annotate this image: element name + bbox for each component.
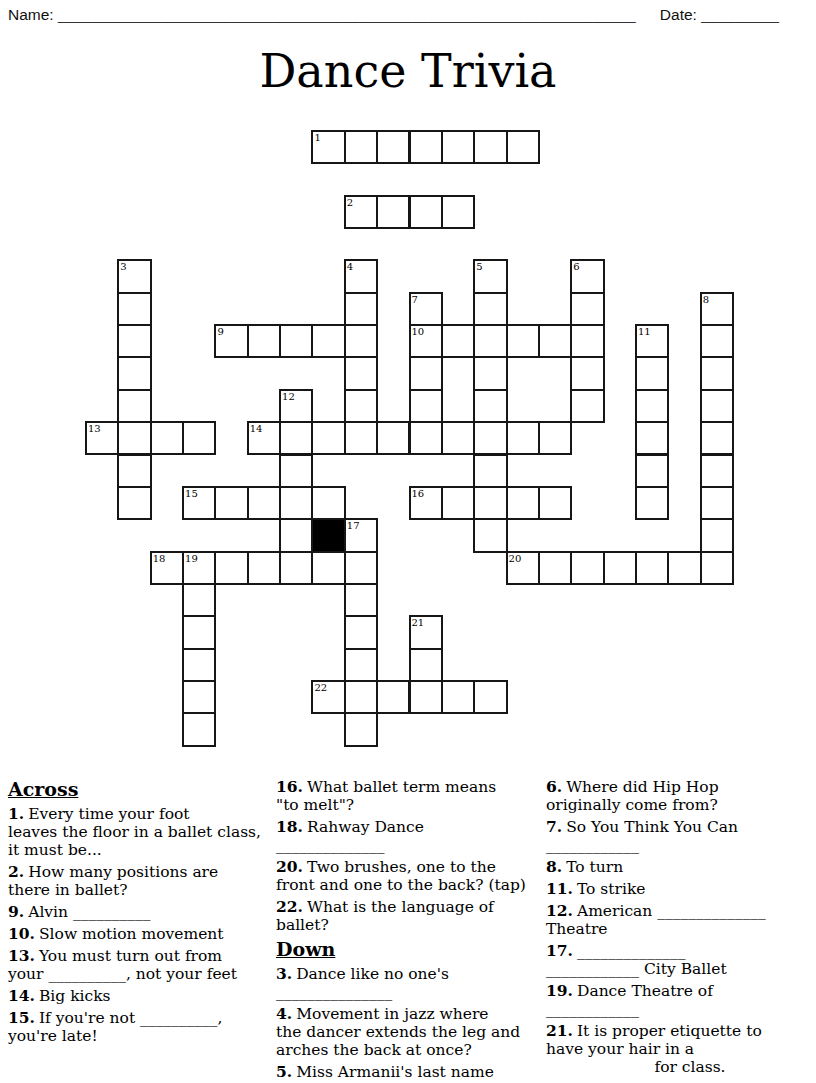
grid-cell-r8c12[interactable]	[473, 389, 507, 423]
grid-cell-r5c12[interactable]	[473, 292, 507, 326]
grid-cell-r12c19[interactable]	[700, 518, 734, 552]
clue-down-19: 19.Dance Theatre of ____________	[546, 982, 812, 1018]
grid-cell-r9c10[interactable]	[409, 421, 443, 455]
grid-cell-r13c2[interactable]: 18	[150, 551, 184, 585]
grid-cell-r0c12[interactable]	[473, 130, 507, 164]
grid-cell-r12c6[interactable]	[279, 518, 313, 552]
grid-cell-r13c19[interactable]	[700, 551, 734, 585]
grid-cell-r17c9[interactable]	[376, 680, 410, 714]
grid-cell-r2c11[interactable]	[441, 195, 475, 229]
grid-cell-r9c17[interactable]	[635, 421, 669, 455]
grid-cell-r15c10[interactable]: 21	[409, 615, 443, 649]
grid-cell-r6c7[interactable]	[311, 324, 345, 358]
grid-cell-r8c15[interactable]	[570, 389, 604, 423]
grid-cell-r6c15[interactable]	[570, 324, 604, 358]
grid-cell-r13c6[interactable]	[279, 551, 313, 585]
clue-label-17: 17.	[546, 941, 573, 960]
grid-cell-r4c12[interactable]: 5	[473, 259, 507, 293]
clue-number-20: 20	[509, 553, 522, 564]
clue-label-2: 2.	[8, 862, 24, 881]
grid-cell-r9c7[interactable]	[311, 421, 345, 455]
clue-label-6: 6.	[546, 777, 562, 796]
grid-cell-r9c5[interactable]: 14	[247, 421, 281, 455]
clue-text: If you're not __________, you're late!	[8, 1009, 223, 1045]
grid-cell-r5c19[interactable]: 8	[700, 292, 734, 326]
grid-cell-r8c10[interactable]	[409, 389, 443, 423]
clue-text: Dance like no one's _______________	[276, 965, 449, 1001]
clue-text: Slow motion movement	[39, 925, 224, 943]
clue-label-8: 8.	[546, 857, 562, 876]
grid-cell-r0c13[interactable]	[506, 130, 540, 164]
clue-label-4: 4.	[276, 1004, 292, 1023]
clue-label-15: 15.	[8, 1008, 35, 1027]
clue-text: To strike	[577, 880, 646, 898]
worksheet-header: Name: __________________________________…	[8, 6, 808, 24]
grid-cell-r6c19[interactable]	[700, 324, 734, 358]
clue-down-3: 3.Dance like no one's _______________	[276, 965, 542, 1001]
grid-cell-r11c6[interactable]	[279, 486, 313, 520]
clue-number-13: 13	[88, 423, 101, 434]
clue-label-5: 5.	[276, 1062, 292, 1081]
clue-label-3: 3.	[276, 964, 292, 983]
clue-label-1: 1.	[8, 804, 24, 823]
clue-text: What is the language of ballet?	[276, 898, 494, 934]
clue-down-21: 21.It is proper etiquette to have your h…	[546, 1022, 812, 1076]
grid-cell-r16c3[interactable]	[182, 648, 216, 682]
grid-cell-r10c19[interactable]	[700, 454, 734, 488]
grid-cell-r6c6[interactable]	[279, 324, 313, 358]
clue-down-4: 4.Movement in jazz where the dancer exte…	[276, 1005, 542, 1059]
clue-number-4: 4	[347, 261, 353, 272]
clue-down-17: 17.______________ ____________ City Ball…	[546, 942, 812, 978]
grid-cell-r7c1[interactable]	[117, 356, 151, 390]
clue-down-8: 8.To turn	[546, 858, 812, 876]
grid-cell-r10c12[interactable]	[473, 454, 507, 488]
clue-text: ______________ ____________ City Ballet	[546, 942, 727, 978]
clue-number-1: 1	[314, 132, 320, 143]
grid-cell-r11c10[interactable]: 16	[409, 486, 443, 520]
grid-cell-r17c8[interactable]	[344, 680, 378, 714]
clue-label-16: 16.	[276, 777, 303, 796]
grid-cell-r9c3[interactable]	[182, 421, 216, 455]
grid-cell-r7c8[interactable]	[344, 356, 378, 390]
clue-down-7: 7.So You Think You Can ____________	[546, 818, 812, 854]
grid-cell-r6c5[interactable]	[247, 324, 281, 358]
crossword-grid: 12345678910111213141516171819202122	[85, 130, 733, 745]
clue-number-21: 21	[412, 617, 425, 628]
grid-cell-r15c3[interactable]	[182, 615, 216, 649]
grid-cell-r9c0[interactable]: 13	[85, 421, 119, 455]
grid-cell-r11c11[interactable]	[441, 486, 475, 520]
grid-cell-r18c8[interactable]	[344, 712, 378, 746]
grid-cell-r6c1[interactable]	[117, 324, 151, 358]
clue-text: Where did Hip Hop originally come from?	[546, 778, 719, 814]
clue-text: So You Think You Can ____________	[546, 818, 738, 854]
grid-cell-r17c11[interactable]	[441, 680, 475, 714]
clue-number-2: 2	[347, 197, 353, 208]
clue-text: How many positions are there in ballet?	[8, 863, 218, 899]
grid-cell-r16c8[interactable]	[344, 648, 378, 682]
grid-cell-r9c13[interactable]	[506, 421, 540, 455]
clue-text: Alvin __________	[28, 903, 150, 921]
clue-text: It is proper etiquette to have your hair…	[546, 1022, 762, 1076]
grid-cell-r6c12[interactable]	[473, 324, 507, 358]
clue-down-6: 6.Where did Hip Hop originally come from…	[546, 778, 812, 814]
grid-cell-r9c6[interactable]	[279, 421, 313, 455]
clue-number-10: 10	[412, 326, 425, 337]
grid-cell-r8c17[interactable]	[635, 389, 669, 423]
grid-cell-r10c6[interactable]	[279, 454, 313, 488]
grid-cell-r17c3[interactable]	[182, 680, 216, 714]
clue-across-20: 20.Two brushes, one to the front and one…	[276, 858, 542, 894]
grid-cell-r13c17[interactable]	[635, 551, 669, 585]
clue-across-22: 22.What is the language of ballet?	[276, 898, 542, 934]
clue-label-12: 12.	[546, 901, 573, 920]
clue-label-11: 11.	[546, 879, 573, 898]
clue-column-1: Across1.Every time your foot leaves the …	[8, 778, 272, 1049]
clue-number-11: 11	[638, 326, 651, 337]
grid-cell-r8c6[interactable]: 12	[279, 389, 313, 423]
grid-cell-r0c11[interactable]	[441, 130, 475, 164]
clue-text: Miss Armanii's last name	[296, 1063, 494, 1081]
grid-cell-r5c8[interactable]	[344, 292, 378, 326]
grid-cell-r10c1[interactable]	[117, 454, 151, 488]
clue-across-9: 9.Alvin __________	[8, 903, 272, 921]
down-heading: Down	[276, 938, 542, 960]
clue-text: American ______________ Theatre	[546, 902, 766, 938]
clue-number-7: 7	[412, 294, 418, 305]
clue-across-1: 1.Every time your foot leaves the floor …	[8, 805, 272, 859]
grid-cell-r0c7[interactable]: 1	[311, 130, 345, 164]
grid-cell-r9c2[interactable]	[150, 421, 184, 455]
name-label: Name:	[8, 6, 54, 23]
clue-text: Every time your foot leaves the floor in…	[8, 805, 261, 859]
grid-cell-r9c8[interactable]	[344, 421, 378, 455]
clue-number-15: 15	[185, 488, 198, 499]
grid-cell-r17c12[interactable]	[473, 680, 507, 714]
grid-cell-r9c19[interactable]	[700, 421, 734, 455]
grid-cell-r9c14[interactable]	[538, 421, 572, 455]
grid-cell-r6c4[interactable]: 9	[214, 324, 248, 358]
grid-cell-r13c7[interactable]	[311, 551, 345, 585]
clue-number-16: 16	[412, 488, 425, 499]
clue-label-13: 13.	[8, 946, 35, 965]
grid-cell-r13c16[interactable]	[603, 551, 637, 585]
clue-label-18: 18.	[276, 817, 303, 836]
clue-number-12: 12	[282, 391, 295, 402]
grid-cell-r13c3[interactable]: 19	[182, 551, 216, 585]
clue-label-22: 22.	[276, 897, 303, 916]
clue-down-12: 12.American ______________ Theatre	[546, 902, 812, 938]
grid-cell-r13c4[interactable]	[214, 551, 248, 585]
clue-number-17: 17	[347, 520, 360, 531]
grid-cell-r11c7[interactable]	[311, 486, 345, 520]
grid-cell-r11c4[interactable]	[214, 486, 248, 520]
clue-across-10: 10.Slow motion movement	[8, 925, 272, 943]
grid-cell-r11c5[interactable]	[247, 486, 281, 520]
grid-cell-r0c10[interactable]	[409, 130, 443, 164]
grid-cell-r13c14[interactable]	[538, 551, 572, 585]
grid-cell-r14c8[interactable]	[344, 583, 378, 617]
grid-cell-r6c11[interactable]	[441, 324, 475, 358]
grid-cell-r5c15[interactable]	[570, 292, 604, 326]
date-label: Date:	[660, 6, 697, 23]
grid-cell-r14c3[interactable]	[182, 583, 216, 617]
grid-cell-r9c11[interactable]	[441, 421, 475, 455]
clue-number-9: 9	[217, 326, 223, 337]
clue-label-20: 20.	[276, 857, 303, 876]
grid-cell-black	[311, 518, 345, 552]
clue-text: You must turn out from your __________, …	[8, 947, 237, 983]
clue-label-9: 9.	[8, 902, 24, 921]
grid-cell-r11c14[interactable]	[538, 486, 572, 520]
clue-label-19: 19.	[546, 981, 573, 1000]
clue-across-16: 16.What ballet term means "to melt"?	[276, 778, 542, 814]
clue-text: To turn	[566, 858, 623, 876]
grid-cell-r17c7[interactable]: 22	[311, 680, 345, 714]
clue-label-10: 10.	[8, 924, 35, 943]
clue-label-7: 7.	[546, 817, 562, 836]
clue-number-22: 22	[314, 682, 327, 693]
page-title: Dance Trivia	[0, 44, 816, 98]
grid-cell-r4c8[interactable]: 4	[344, 259, 378, 293]
grid-cell-r5c10[interactable]: 7	[409, 292, 443, 326]
grid-cell-r8c8[interactable]	[344, 389, 378, 423]
grid-cell-r2c9[interactable]	[376, 195, 410, 229]
grid-cell-r6c10[interactable]: 10	[409, 324, 443, 358]
clue-across-13: 13.You must turn out from your _________…	[8, 947, 272, 983]
grid-cell-r0c8[interactable]	[344, 130, 378, 164]
clue-number-18: 18	[153, 553, 166, 564]
grid-cell-r9c9[interactable]	[376, 421, 410, 455]
grid-cell-r6c14[interactable]	[538, 324, 572, 358]
grid-cell-r5c1[interactable]	[117, 292, 151, 326]
grid-cell-r7c12[interactable]	[473, 356, 507, 390]
clue-down-11: 11.To strike	[546, 880, 812, 898]
grid-cell-r11c17[interactable]	[635, 486, 669, 520]
clue-number-19: 19	[185, 553, 198, 564]
date-blank-line[interactable]: _________	[701, 6, 779, 23]
grid-cell-r7c17[interactable]	[635, 356, 669, 390]
grid-cell-r2c8[interactable]: 2	[344, 195, 378, 229]
grid-cell-r11c13[interactable]	[506, 486, 540, 520]
grid-cell-r13c15[interactable]	[570, 551, 604, 585]
grid-cell-r11c1[interactable]	[117, 486, 151, 520]
name-blank-line[interactable]: ________________________________________…	[58, 6, 636, 23]
clue-down-5: 5.Miss Armanii's last name	[276, 1063, 542, 1081]
clue-number-3: 3	[120, 261, 126, 272]
across-heading: Across	[8, 778, 272, 800]
grid-cell-r9c1[interactable]	[117, 421, 151, 455]
grid-cell-r13c13[interactable]: 20	[506, 551, 540, 585]
clue-across-18: 18.Rahway Dance ______________	[276, 818, 542, 854]
grid-cell-r2c10[interactable]	[409, 195, 443, 229]
clue-label-21: 21.	[546, 1021, 573, 1040]
grid-cell-r11c19[interactable]	[700, 486, 734, 520]
grid-cell-r7c19[interactable]	[700, 356, 734, 390]
clue-number-14: 14	[250, 423, 263, 434]
clue-number-5: 5	[476, 261, 482, 272]
clue-across-2: 2.How many positions are there in ballet…	[8, 863, 272, 899]
grid-cell-r15c8[interactable]	[344, 615, 378, 649]
grid-cell-r12c12[interactable]	[473, 518, 507, 552]
grid-cell-r13c5[interactable]	[247, 551, 281, 585]
clue-text: Two brushes, one to the front and one to…	[276, 858, 526, 894]
grid-cell-r8c19[interactable]	[700, 389, 734, 423]
grid-cell-r6c8[interactable]	[344, 324, 378, 358]
clue-number-6: 6	[573, 261, 579, 272]
grid-cell-r4c1[interactable]: 3	[117, 259, 151, 293]
grid-cell-r16c10[interactable]	[409, 648, 443, 682]
grid-cell-r17c10[interactable]	[409, 680, 443, 714]
grid-cell-r7c15[interactable]	[570, 356, 604, 390]
grid-cell-r7c10[interactable]	[409, 356, 443, 390]
grid-cell-r10c17[interactable]	[635, 454, 669, 488]
grid-cell-r8c1[interactable]	[117, 389, 151, 423]
grid-cell-r0c9[interactable]	[376, 130, 410, 164]
grid-cell-r11c12[interactable]	[473, 486, 507, 520]
grid-cell-r4c15[interactable]: 6	[570, 259, 604, 293]
grid-cell-r18c3[interactable]	[182, 712, 216, 746]
clue-label-14: 14.	[8, 986, 35, 1005]
clue-column-2: 16.What ballet term means "to melt"?18.R…	[276, 778, 542, 1083]
grid-cell-r6c17[interactable]: 11	[635, 324, 669, 358]
clue-across-15: 15.If you're not __________, you're late…	[8, 1009, 272, 1045]
grid-cell-r13c8[interactable]	[344, 551, 378, 585]
grid-cell-r11c3[interactable]: 15	[182, 486, 216, 520]
clue-text: Big kicks	[39, 987, 111, 1005]
grid-cell-r6c13[interactable]	[506, 324, 540, 358]
clue-number-8: 8	[703, 294, 709, 305]
grid-cell-r9c12[interactable]	[473, 421, 507, 455]
clue-text: Movement in jazz where the dancer extend…	[276, 1005, 520, 1059]
clue-text: What ballet term means "to melt"?	[276, 778, 496, 814]
clue-column-3: 6.Where did Hip Hop originally come from…	[546, 778, 812, 1080]
grid-cell-r13c18[interactable]	[667, 551, 701, 585]
grid-cell-r12c8[interactable]: 17	[344, 518, 378, 552]
clue-across-14: 14.Big kicks	[8, 987, 272, 1005]
